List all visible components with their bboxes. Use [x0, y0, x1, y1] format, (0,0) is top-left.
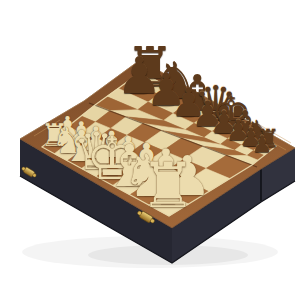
piece-shadow [76, 141, 86, 144]
piece-shadow [167, 95, 184, 100]
piece-shadow [157, 103, 174, 108]
piece-shadow [76, 158, 86, 161]
piece-shadow [181, 114, 196, 118]
piece-shadow [106, 155, 118, 158]
chess-set-product-photo: ♜♟♞♟♝♟♛♟♚♟♝♟♟♞♟♟♜♜♟♟♞♟♝♟♛♟♚♟♝♟♞♜ [0, 0, 300, 300]
piece-shadow [201, 123, 214, 127]
chess-board-box [0, 0, 300, 300]
piece-shadow [63, 151, 73, 154]
piece-shadow [122, 163, 134, 166]
piece-shadow [140, 81, 160, 87]
piece-shadow [219, 131, 230, 134]
piece-shadow [233, 138, 243, 141]
piece-shadow [241, 133, 250, 136]
piece-shadow [141, 193, 155, 197]
piece-shadow [63, 134, 72, 137]
piece-shadow [50, 145, 59, 148]
piece-shadow [140, 172, 153, 176]
piece-shadow [253, 139, 261, 141]
piece-shadow [91, 148, 102, 151]
piece-shadow [159, 181, 173, 185]
piece-shadow [123, 183, 136, 187]
piece-shadow [258, 150, 265, 152]
piece-shadow [226, 126, 237, 129]
piece-shadow [129, 89, 150, 95]
piece-shadow [106, 174, 118, 177]
piece-shadow [264, 145, 271, 147]
piece-shadow [91, 166, 102, 169]
piece-shadow [209, 117, 221, 120]
piece-shadow [190, 107, 204, 111]
piece-shadow [161, 203, 176, 207]
piece-shadow [180, 191, 196, 195]
piece-shadow [247, 145, 255, 147]
